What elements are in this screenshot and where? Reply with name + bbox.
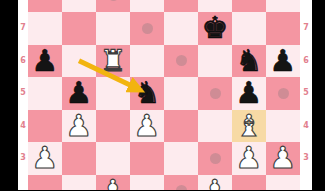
square-g4[interactable]: ♝ [232, 110, 266, 143]
square-e3[interactable] [164, 142, 198, 175]
square-d7[interactable] [130, 12, 164, 45]
rank-label-4: 4 [300, 122, 312, 130]
square-h6[interactable]: ♟ [266, 45, 300, 78]
piece-black-K-f7[interactable]: ♚ [202, 12, 229, 45]
square-c7[interactable] [96, 12, 130, 45]
square-g2[interactable] [232, 175, 266, 191]
rank-label-7: 7 [300, 24, 312, 32]
square-d3[interactable] [130, 142, 164, 175]
piece-black-N-g6[interactable]: ♞ [236, 45, 263, 78]
square-a2[interactable] [28, 175, 62, 191]
piece-white-P-b4[interactable]: ♟ [66, 110, 93, 143]
square-h7[interactable] [266, 12, 300, 45]
square-c8[interactable] [96, 0, 130, 12]
square-b4[interactable]: ♟ [62, 110, 96, 143]
square-b2[interactable] [62, 175, 96, 191]
rank-label-7: 7 [18, 24, 28, 32]
move-dot-e6[interactable] [176, 55, 187, 66]
square-d4[interactable]: ♟ [130, 110, 164, 143]
rank-label-3: 3 [300, 154, 312, 162]
square-c2[interactable]: ♟ [96, 175, 130, 191]
piece-white-R-c6[interactable]: ♜ [100, 45, 127, 78]
letterbox-bar-left [0, 0, 18, 190]
piece-white-P-d4[interactable]: ♟ [134, 110, 161, 143]
square-a4[interactable] [28, 110, 62, 143]
square-h4[interactable] [266, 110, 300, 143]
piece-white-P-a3[interactable]: ♟ [32, 142, 59, 175]
square-c6[interactable]: ♜ [96, 45, 130, 78]
move-dot-c8[interactable] [108, 0, 119, 1]
square-b6[interactable] [62, 45, 96, 78]
square-d8[interactable] [130, 0, 164, 12]
piece-black-P-h6[interactable]: ♟ [270, 45, 297, 78]
square-f2[interactable]: ♟ [198, 175, 232, 191]
square-g8[interactable] [232, 0, 266, 12]
piece-black-P-b5[interactable]: ♟ [66, 77, 93, 110]
piece-black-P-g5[interactable]: ♟ [236, 77, 263, 110]
square-f6[interactable] [198, 45, 232, 78]
piece-white-P-c2[interactable]: ♟ [100, 175, 127, 191]
move-dot-f3[interactable] [210, 153, 221, 164]
piece-black-P-a6[interactable]: ♟ [32, 45, 59, 78]
square-a7[interactable] [28, 12, 62, 45]
square-e7[interactable] [164, 12, 198, 45]
square-b8[interactable] [62, 0, 96, 12]
square-g7[interactable] [232, 12, 266, 45]
move-dot-d7[interactable] [142, 23, 153, 34]
square-f5[interactable] [198, 77, 232, 110]
letterbox-bar-right [312, 0, 325, 190]
square-f7[interactable]: ♚ [198, 12, 232, 45]
piece-black-N-d5[interactable]: ♞ [134, 77, 161, 110]
square-f4[interactable] [198, 110, 232, 143]
rank-label-4: 4 [18, 122, 28, 130]
square-g3[interactable]: ♟ [232, 142, 266, 175]
piece-white-P-h3[interactable]: ♟ [270, 142, 297, 175]
square-h2[interactable] [266, 175, 300, 191]
square-h5[interactable] [266, 77, 300, 110]
square-g6[interactable]: ♞ [232, 45, 266, 78]
piece-white-P-f2[interactable]: ♟ [202, 175, 229, 191]
square-e6[interactable] [164, 45, 198, 78]
square-c5[interactable] [96, 77, 130, 110]
square-d5[interactable]: ♞ [130, 77, 164, 110]
move-dot-h5[interactable] [278, 88, 289, 99]
square-h3[interactable]: ♟ [266, 142, 300, 175]
square-b3[interactable] [62, 142, 96, 175]
square-e2[interactable] [164, 175, 198, 191]
square-f3[interactable] [198, 142, 232, 175]
square-c3[interactable] [96, 142, 130, 175]
square-d2[interactable] [130, 175, 164, 191]
rank-coordinate-strip-left: 76543 [18, 0, 28, 190]
move-dot-e2[interactable] [176, 185, 187, 190]
square-e4[interactable] [164, 110, 198, 143]
piece-white-P-g3[interactable]: ♟ [236, 142, 263, 175]
rank-label-5: 5 [300, 89, 312, 97]
chess-video-frame: ♚♟♜♞♟♟♞♟♟♟♝♟♟♟♟♟ 76543 76543 [0, 0, 325, 190]
square-h8[interactable] [266, 0, 300, 12]
rank-label-6: 6 [18, 57, 28, 65]
square-a5[interactable] [28, 77, 62, 110]
square-g5[interactable]: ♟ [232, 77, 266, 110]
square-b5[interactable]: ♟ [62, 77, 96, 110]
square-a8[interactable] [28, 0, 62, 12]
rank-label-5: 5 [18, 89, 28, 97]
square-a3[interactable]: ♟ [28, 142, 62, 175]
square-a6[interactable]: ♟ [28, 45, 62, 78]
square-e8[interactable] [164, 0, 198, 12]
square-c4[interactable] [96, 110, 130, 143]
square-d6[interactable] [130, 45, 164, 78]
square-b7[interactable] [62, 12, 96, 45]
square-e5[interactable] [164, 77, 198, 110]
rank-coordinate-strip-right: 76543 [300, 0, 312, 190]
move-dot-f5[interactable] [210, 88, 221, 99]
rank-label-6: 6 [300, 57, 312, 65]
chess-board[interactable]: ♚♟♜♞♟♟♞♟♟♟♝♟♟♟♟♟ [28, 0, 300, 190]
piece-white-B-g4[interactable]: ♝ [236, 110, 263, 143]
rank-label-3: 3 [18, 154, 28, 162]
